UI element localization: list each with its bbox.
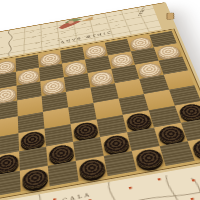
- square-b1[interactable]: [20, 166, 50, 192]
- square-d1[interactable]: [76, 156, 108, 181]
- dark-piece[interactable]: [177, 102, 200, 121]
- game-board: ANVS ÆTHIC TRICV: [0, 2, 200, 200]
- clasp: [167, 13, 175, 20]
- square-c1[interactable]: [48, 161, 79, 187]
- square-a1[interactable]: [0, 171, 21, 197]
- dark-piece[interactable]: [134, 147, 164, 169]
- photo-background: ANVS ÆTHIC TRICV: [0, 0, 200, 200]
- dark-piece[interactable]: [22, 167, 48, 190]
- dark-piece[interactable]: [78, 157, 106, 179]
